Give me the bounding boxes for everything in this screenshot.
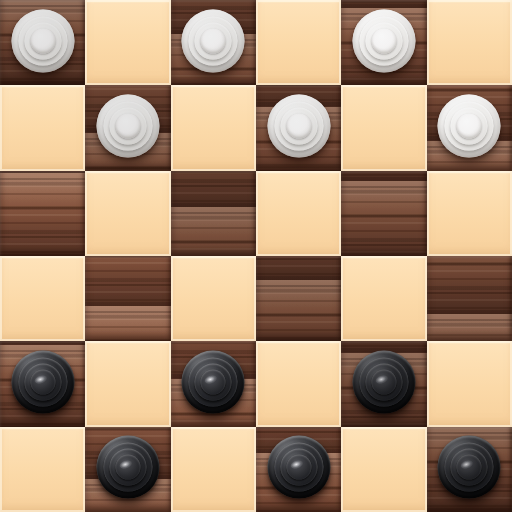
checker-core [457,114,482,139]
square-r3c3[interactable] [256,256,341,341]
checkers-board [0,0,512,512]
square-r3c1[interactable] [85,256,170,341]
square-r0c5[interactable] [427,0,512,85]
checker-ring-outer [103,102,152,151]
checker-core [286,455,311,480]
square-r0c2[interactable] [171,0,256,85]
square-r2c1[interactable] [85,171,170,256]
checker-ring-inner [365,364,402,401]
square-r5c4[interactable] [341,427,426,512]
checker-black[interactable] [11,351,74,414]
square-r1c3[interactable] [256,85,341,170]
square-r5c0[interactable] [0,427,85,512]
checker-ring-outer [189,358,238,407]
square-r0c4[interactable] [341,0,426,85]
checker-ring-inner [195,22,232,59]
square-r2c2[interactable] [171,171,256,256]
square-r4c4[interactable] [341,341,426,426]
checker-core [201,28,226,53]
square-r1c0[interactable] [0,85,85,170]
square-r3c0[interactable] [0,256,85,341]
checker-ring-outer [18,358,67,407]
checker-core [30,370,55,395]
checker-ring-inner [451,108,488,145]
square-r4c2[interactable] [171,341,256,426]
checker-ring-inner [451,449,488,486]
square-r0c3[interactable] [256,0,341,85]
checker-black[interactable] [182,351,245,414]
square-r2c4[interactable] [341,171,426,256]
square-r3c2[interactable] [171,256,256,341]
square-r2c5[interactable] [427,171,512,256]
checker-core [371,28,396,53]
checker-black[interactable] [438,436,501,499]
square-r0c1[interactable] [85,0,170,85]
square-r5c1[interactable] [85,427,170,512]
square-r5c2[interactable] [171,427,256,512]
checker-ring-inner [109,108,146,145]
game-screen [0,0,512,512]
square-r4c5[interactable] [427,341,512,426]
checker-white[interactable] [352,9,415,72]
square-r5c3[interactable] [256,427,341,512]
square-r1c5[interactable] [427,85,512,170]
square-r1c4[interactable] [341,85,426,170]
checker-ring-inner [280,108,317,145]
checker-black[interactable] [267,436,330,499]
square-r5c5[interactable] [427,427,512,512]
checker-ring-outer [274,102,323,151]
square-r4c0[interactable] [0,341,85,426]
square-r1c1[interactable] [85,85,170,170]
checker-ring-outer [103,443,152,492]
checker-ring-inner [24,22,61,59]
checker-core [286,114,311,139]
checker-ring-outer [18,16,67,65]
checker-ring-outer [445,443,494,492]
checker-black[interactable] [96,436,159,499]
checker-white[interactable] [11,9,74,72]
checker-ring-inner [24,364,61,401]
square-r2c0[interactable] [0,171,85,256]
square-r3c5[interactable] [427,256,512,341]
checker-core [30,28,55,53]
square-r2c3[interactable] [256,171,341,256]
checker-ring-inner [280,449,317,486]
checker-core [457,455,482,480]
checker-core [115,114,140,139]
checker-ring-outer [359,358,408,407]
checker-ring-outer [189,16,238,65]
checker-core [201,370,226,395]
checker-ring-outer [274,443,323,492]
square-r3c4[interactable] [341,256,426,341]
checker-white[interactable] [267,95,330,158]
checker-ring-inner [109,449,146,486]
checker-core [371,370,396,395]
checker-ring-inner [365,22,402,59]
square-r4c1[interactable] [85,341,170,426]
checker-core [115,455,140,480]
square-r4c3[interactable] [256,341,341,426]
checker-ring-inner [195,364,232,401]
checker-black[interactable] [352,351,415,414]
checker-white[interactable] [182,9,245,72]
checker-ring-outer [445,102,494,151]
square-r1c2[interactable] [171,85,256,170]
checker-white[interactable] [96,95,159,158]
checker-ring-outer [359,16,408,65]
square-r0c0[interactable] [0,0,85,85]
checker-white[interactable] [438,95,501,158]
